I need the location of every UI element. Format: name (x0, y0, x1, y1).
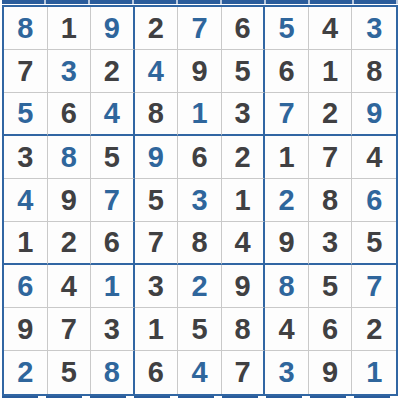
cell-r5c5[interactable]: 3 (178, 179, 222, 222)
cell-r3c1[interactable]: 5 (4, 93, 48, 136)
cell-r9c4[interactable]: 6 (135, 351, 179, 394)
cell-r2c1[interactable]: 7 (4, 50, 48, 93)
entered-digit: 8 (104, 358, 120, 387)
given-digit: 5 (104, 143, 120, 172)
given-digit: 4 (234, 228, 250, 257)
cell-r3c3[interactable]: 4 (91, 93, 135, 136)
given-digit: 8 (234, 315, 250, 344)
given-digit: 7 (322, 143, 338, 172)
cell-r3c9[interactable]: 9 (352, 93, 396, 136)
entered-digit: 5 (17, 99, 33, 128)
entered-digit: 2 (191, 272, 207, 301)
cell-r6c5[interactable]: 8 (178, 222, 222, 265)
given-digit: 5 (148, 186, 164, 215)
cell-r1c6[interactable]: 6 (222, 7, 266, 50)
cell-r5c7[interactable]: 2 (265, 179, 309, 222)
cell-r7c8[interactable]: 5 (309, 265, 353, 308)
cell-r2c5[interactable]: 9 (178, 50, 222, 93)
entered-digit: 1 (104, 272, 120, 301)
cell-r9c7[interactable]: 3 (265, 351, 309, 394)
given-digit: 1 (61, 14, 77, 43)
entered-digit: 8 (61, 143, 77, 172)
cell-r6c7[interactable]: 9 (265, 222, 309, 265)
given-digit: 1 (279, 143, 295, 172)
cell-r6c6[interactable]: 4 (222, 222, 266, 265)
given-digit: 5 (322, 272, 338, 301)
given-digit: 5 (61, 358, 77, 387)
cell-r4c6[interactable]: 2 (222, 136, 266, 179)
cell-r9c6[interactable]: 7 (222, 351, 266, 394)
entered-digit: 7 (191, 14, 207, 43)
cell-r7c3[interactable]: 1 (91, 265, 135, 308)
given-digit: 3 (322, 228, 338, 257)
cell-r2c7[interactable]: 6 (265, 50, 309, 93)
cell-r3c2[interactable]: 6 (48, 93, 92, 136)
cell-r8c6[interactable]: 8 (222, 308, 266, 351)
given-digit: 7 (234, 358, 250, 387)
given-digit: 6 (191, 143, 207, 172)
cell-r2c9[interactable]: 8 (352, 50, 396, 93)
given-digit: 3 (234, 99, 250, 128)
given-digit: 9 (191, 57, 207, 86)
cell-r2c2[interactable]: 3 (48, 50, 92, 93)
cell-r1c8[interactable]: 4 (309, 7, 353, 50)
cell-r8c7[interactable]: 4 (265, 308, 309, 351)
entered-digit: 5 (279, 14, 295, 43)
cell-r1c9[interactable]: 3 (352, 7, 396, 50)
cell-r9c3[interactable]: 8 (91, 351, 135, 394)
cell-r7c4[interactable]: 3 (135, 265, 179, 308)
entered-digit: 2 (279, 186, 295, 215)
cell-r6c1[interactable]: 1 (4, 222, 48, 265)
entered-digit: 9 (104, 14, 120, 43)
cell-r8c8[interactable]: 6 (309, 308, 353, 351)
given-digit: 8 (191, 228, 207, 257)
entered-digit: 4 (191, 358, 207, 387)
cell-r9c1[interactable]: 2 (4, 351, 48, 394)
entered-digit: 6 (366, 186, 382, 215)
entered-digit: 1 (366, 358, 382, 387)
entered-digit: 8 (279, 272, 295, 301)
given-digit: 5 (191, 315, 207, 344)
entered-digit: 4 (17, 186, 33, 215)
given-digit: 2 (366, 315, 382, 344)
cell-r6c8[interactable]: 3 (309, 222, 353, 265)
cell-r7c2[interactable]: 4 (48, 265, 92, 308)
cell-r7c5[interactable]: 2 (178, 265, 222, 308)
cell-r7c9[interactable]: 7 (352, 265, 396, 308)
given-digit: 6 (234, 14, 250, 43)
cell-r3c7[interactable]: 7 (265, 93, 309, 136)
cell-r2c4[interactable]: 4 (135, 50, 179, 93)
cell-r5c8[interactable]: 8 (309, 179, 353, 222)
given-digit: 9 (279, 228, 295, 257)
given-digit: 4 (322, 14, 338, 43)
entered-digit: 7 (279, 99, 295, 128)
cell-r6c9[interactable]: 5 (352, 222, 396, 265)
given-digit: 7 (17, 57, 33, 86)
cell-r2c6[interactable]: 5 (222, 50, 266, 93)
given-digit: 6 (322, 315, 338, 344)
cell-r6c3[interactable]: 6 (91, 222, 135, 265)
cell-r1c7[interactable]: 5 (265, 7, 309, 50)
given-digit: 2 (234, 143, 250, 172)
given-digit: 2 (104, 57, 120, 86)
entered-digit: 3 (279, 358, 295, 387)
cell-r6c4[interactable]: 7 (135, 222, 179, 265)
given-digit: 5 (234, 57, 250, 86)
given-digit: 1 (322, 57, 338, 86)
given-digit: 6 (279, 57, 295, 86)
given-digit: 2 (61, 228, 77, 257)
cell-r3c8[interactable]: 2 (309, 93, 353, 136)
given-digit: 3 (17, 143, 33, 172)
entered-digit: 9 (366, 99, 382, 128)
cell-r9c8[interactable]: 9 (309, 351, 353, 394)
cell-r5c9[interactable]: 6 (352, 179, 396, 222)
cell-r1c5[interactable]: 7 (178, 7, 222, 50)
entered-digit: 1 (191, 99, 207, 128)
given-digit: 6 (61, 99, 77, 128)
cell-r4c7[interactable]: 1 (265, 136, 309, 179)
given-digit: 2 (322, 99, 338, 128)
given-digit: 5 (366, 228, 382, 257)
cell-r9c2[interactable]: 5 (48, 351, 92, 394)
sudoku-board: 8192765437324956185648137293859621744975… (2, 5, 398, 396)
entered-digit: 3 (61, 57, 77, 86)
cell-r7c6[interactable]: 9 (222, 265, 266, 308)
cell-r3c4[interactable]: 8 (135, 93, 179, 136)
given-digit: 4 (61, 272, 77, 301)
given-digit: 1 (148, 315, 164, 344)
cell-r8c1[interactable]: 9 (4, 308, 48, 351)
given-digit: 7 (148, 228, 164, 257)
cell-r9c5[interactable]: 4 (178, 351, 222, 394)
given-digit: 1 (234, 186, 250, 215)
cell-r5c2[interactable]: 9 (48, 179, 92, 222)
cell-r4c9[interactable]: 4 (352, 136, 396, 179)
cell-r7c1[interactable]: 6 (4, 265, 48, 308)
cell-r4c8[interactable]: 7 (309, 136, 353, 179)
cell-r3c6[interactable]: 3 (222, 93, 266, 136)
cell-r1c4[interactable]: 2 (135, 7, 179, 50)
cell-r5c3[interactable]: 7 (91, 179, 135, 222)
given-digit: 6 (104, 228, 120, 257)
entered-digit: 4 (148, 57, 164, 86)
cell-r1c2[interactable]: 1 (48, 7, 92, 50)
given-digit: 2 (148, 14, 164, 43)
given-digit: 3 (104, 315, 120, 344)
entered-digit: 3 (191, 186, 207, 215)
cell-r8c4[interactable]: 1 (135, 308, 179, 351)
cell-r6c2[interactable]: 2 (48, 222, 92, 265)
entered-digit: 7 (366, 272, 382, 301)
given-digit: 4 (366, 143, 382, 172)
given-digit: 9 (61, 186, 77, 215)
given-digit: 8 (366, 57, 382, 86)
entered-digit: 6 (17, 272, 33, 301)
given-digit: 8 (148, 99, 164, 128)
given-digit: 6 (148, 358, 164, 387)
entered-digit: 9 (148, 143, 164, 172)
cell-r2c3[interactable]: 2 (91, 50, 135, 93)
entered-digit: 8 (17, 14, 33, 43)
cell-r4c1[interactable]: 3 (4, 136, 48, 179)
cell-r7c7[interactable]: 8 (265, 265, 309, 308)
sudoku-page: 8192765437324956185648137293859621744975… (0, 0, 400, 398)
cell-r5c6[interactable]: 1 (222, 179, 266, 222)
cell-r8c5[interactable]: 5 (178, 308, 222, 351)
cell-r5c1[interactable]: 4 (4, 179, 48, 222)
given-digit: 4 (279, 315, 295, 344)
cell-r2c8[interactable]: 1 (309, 50, 353, 93)
given-digit: 9 (322, 358, 338, 387)
given-digit: 7 (61, 315, 77, 344)
cell-r4c4[interactable]: 9 (135, 136, 179, 179)
cell-r4c5[interactable]: 6 (178, 136, 222, 179)
cell-r3c5[interactable]: 1 (178, 93, 222, 136)
cell-r8c2[interactable]: 7 (48, 308, 92, 351)
cell-r4c3[interactable]: 5 (91, 136, 135, 179)
given-digit: 9 (234, 272, 250, 301)
entered-digit: 3 (366, 14, 382, 43)
entered-digit: 7 (104, 186, 120, 215)
entered-digit: 4 (104, 99, 120, 128)
given-digit: 9 (17, 315, 33, 344)
cell-r1c1[interactable]: 8 (4, 7, 48, 50)
cell-r9c9[interactable]: 1 (352, 351, 396, 394)
entered-digit: 2 (17, 358, 33, 387)
given-digit: 8 (322, 186, 338, 215)
cell-r8c3[interactable]: 3 (91, 308, 135, 351)
cell-r4c2[interactable]: 8 (48, 136, 92, 179)
cell-r5c4[interactable]: 5 (135, 179, 179, 222)
cell-r1c3[interactable]: 9 (91, 7, 135, 50)
cell-r8c9[interactable]: 2 (352, 308, 396, 351)
given-digit: 3 (148, 272, 164, 301)
given-digit: 1 (17, 228, 33, 257)
